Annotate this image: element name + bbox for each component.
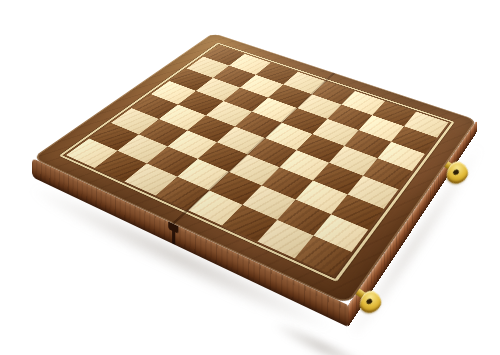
chess-board-grid [66,45,448,276]
board-cast-shadow-corner [268,318,374,355]
product-photo-chess-board [0,0,500,355]
